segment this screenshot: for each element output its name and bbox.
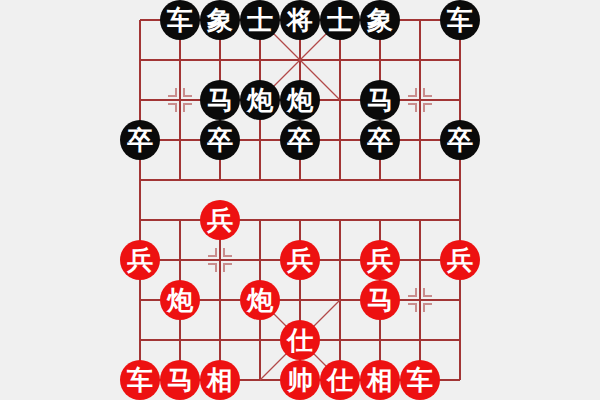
piece-red-cannon[interactable]: 炮	[240, 280, 280, 320]
piece-red-elephant[interactable]: 相	[360, 360, 400, 400]
piece-black-soldier[interactable]: 卒	[200, 120, 240, 160]
piece-black-cannon[interactable]: 炮	[280, 80, 320, 120]
piece-black-soldier[interactable]: 卒	[280, 120, 320, 160]
piece-red-advisor[interactable]: 仕	[280, 320, 320, 360]
piece-red-cannon[interactable]: 炮	[160, 280, 200, 320]
piece-red-soldier[interactable]: 兵	[280, 240, 320, 280]
piece-black-soldier[interactable]: 卒	[120, 120, 160, 160]
piece-red-horse[interactable]: 马	[360, 280, 400, 320]
piece-black-general[interactable]: 将	[280, 0, 320, 40]
piece-black-chariot[interactable]: 车	[160, 0, 200, 40]
piece-black-chariot[interactable]: 车	[440, 0, 480, 40]
piece-black-elephant[interactable]: 象	[200, 0, 240, 40]
xiangqi-app-screen: 车象士将士象车马炮炮马卒卒卒卒卒兵兵兵兵兵炮炮马仕车马相帅仕相车	[0, 0, 600, 400]
piece-red-soldier[interactable]: 兵	[360, 240, 400, 280]
piece-red-chariot[interactable]: 车	[400, 360, 440, 400]
piece-red-advisor[interactable]: 仕	[320, 360, 360, 400]
piece-black-soldier[interactable]: 卒	[440, 120, 480, 160]
piece-red-horse[interactable]: 马	[160, 360, 200, 400]
piece-red-soldier[interactable]: 兵	[440, 240, 480, 280]
piece-red-soldier[interactable]: 兵	[200, 200, 240, 240]
piece-red-chariot[interactable]: 车	[120, 360, 160, 400]
piece-black-soldier[interactable]: 卒	[360, 120, 400, 160]
piece-red-elephant[interactable]: 相	[200, 360, 240, 400]
piece-black-advisor[interactable]: 士	[240, 0, 280, 40]
piece-red-general[interactable]: 帅	[280, 360, 320, 400]
piece-red-soldier[interactable]: 兵	[120, 240, 160, 280]
piece-black-horse[interactable]: 马	[360, 80, 400, 120]
xiangqi-board: 车象士将士象车马炮炮马卒卒卒卒卒兵兵兵兵兵炮炮马仕车马相帅仕相车	[120, 0, 480, 400]
piece-black-advisor[interactable]: 士	[320, 0, 360, 40]
piece-black-cannon[interactable]: 炮	[240, 80, 280, 120]
piece-black-horse[interactable]: 马	[200, 80, 240, 120]
piece-black-elephant[interactable]: 象	[360, 0, 400, 40]
